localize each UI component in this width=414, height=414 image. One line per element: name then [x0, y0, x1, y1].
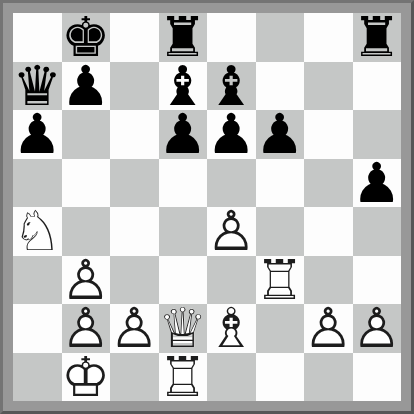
square-e4[interactable]: ♟︎♙: [207, 207, 256, 256]
piece-black-pawn-b7: ♟︎: [62, 62, 111, 111]
square-g8[interactable]: [304, 13, 353, 62]
square-g2[interactable]: ♟︎♙: [304, 304, 353, 353]
black-pawn-glyph: ♟︎: [13, 107, 62, 162]
white-rook-outline-glyph: ♖: [255, 252, 304, 307]
piece-white-pawn-h2: ♟︎♙: [353, 304, 402, 353]
square-c5[interactable]: [110, 159, 159, 208]
white-bishop-outline-glyph: ♗: [207, 301, 256, 356]
square-d4[interactable]: [159, 207, 208, 256]
square-c6[interactable]: [110, 110, 159, 159]
square-h4[interactable]: [353, 207, 402, 256]
square-b7[interactable]: ♟︎: [62, 62, 111, 111]
square-h8[interactable]: ♜: [353, 13, 402, 62]
square-d6[interactable]: ♟︎: [159, 110, 208, 159]
black-pawn-glyph: ♟︎: [255, 107, 304, 162]
piece-white-pawn-g2: ♟︎♙: [304, 304, 353, 353]
square-f2[interactable]: [256, 304, 305, 353]
square-h1[interactable]: [353, 353, 402, 402]
piece-black-pawn-h5: ♟︎: [353, 159, 402, 208]
square-h5[interactable]: ♟︎: [353, 159, 402, 208]
square-c7[interactable]: [110, 62, 159, 111]
square-e2[interactable]: ♝♗: [207, 304, 256, 353]
black-pawn-glyph: ♟︎: [61, 58, 110, 113]
square-f6[interactable]: ♟︎: [256, 110, 305, 159]
square-b5[interactable]: [62, 159, 111, 208]
piece-white-rook-f3: ♜♖: [256, 256, 305, 305]
square-g7[interactable]: [304, 62, 353, 111]
chess-board: ♚♜♜♛♟︎♝♝♟︎♟︎♟︎♟︎♟︎♞♘♟︎♙♟︎♙♜♖♟︎♙♟︎♙♛♕♝♗♟︎…: [13, 13, 401, 401]
square-d5[interactable]: [159, 159, 208, 208]
square-a2[interactable]: [13, 304, 62, 353]
piece-white-pawn-e4: ♟︎♙: [207, 207, 256, 256]
white-pawn-outline-glyph: ♙: [304, 301, 353, 356]
black-pawn-glyph: ♟︎: [352, 155, 401, 210]
square-d1[interactable]: ♜♖: [159, 353, 208, 402]
square-h2[interactable]: ♟︎♙: [353, 304, 402, 353]
square-e1[interactable]: [207, 353, 256, 402]
piece-white-pawn-c2: ♟︎♙: [110, 304, 159, 353]
white-king-outline-glyph: ♔: [61, 349, 110, 404]
square-a1[interactable]: [13, 353, 62, 402]
piece-black-pawn-e6: ♟︎: [207, 110, 256, 159]
square-f1[interactable]: [256, 353, 305, 402]
square-h7[interactable]: [353, 62, 402, 111]
white-pawn-outline-glyph: ♙: [110, 301, 159, 356]
black-pawn-glyph: ♟︎: [158, 107, 207, 162]
chess-board-frame: ♚♜♜♛♟︎♝♝♟︎♟︎♟︎♟︎♟︎♞♘♟︎♙♟︎♙♜♖♟︎♙♟︎♙♛♕♝♗♟︎…: [0, 0, 414, 414]
white-knight-outline-glyph: ♘: [13, 204, 62, 259]
piece-white-bishop-e2: ♝♗: [207, 304, 256, 353]
square-g4[interactable]: [304, 207, 353, 256]
white-pawn-outline-glyph: ♙: [352, 301, 401, 356]
piece-black-pawn-a6: ♟︎: [13, 110, 62, 159]
square-c1[interactable]: [110, 353, 159, 402]
piece-white-rook-d1: ♜♖: [159, 353, 208, 402]
square-c2[interactable]: ♟︎♙: [110, 304, 159, 353]
square-g1[interactable]: [304, 353, 353, 402]
white-pawn-outline-glyph: ♙: [207, 204, 256, 259]
white-rook-outline-glyph: ♖: [158, 349, 207, 404]
black-rook-glyph: ♜: [352, 10, 401, 65]
square-c4[interactable]: [110, 207, 159, 256]
piece-black-pawn-d6: ♟︎: [159, 110, 208, 159]
piece-black-rook-h8: ♜: [353, 13, 402, 62]
piece-black-pawn-f6: ♟︎: [256, 110, 305, 159]
piece-white-king-b1: ♚♔: [62, 353, 111, 402]
square-b6[interactable]: [62, 110, 111, 159]
square-e6[interactable]: ♟︎: [207, 110, 256, 159]
black-pawn-glyph: ♟︎: [207, 107, 256, 162]
square-c8[interactable]: [110, 13, 159, 62]
piece-white-knight-a4: ♞♘: [13, 207, 62, 256]
square-f5[interactable]: [256, 159, 305, 208]
square-a4[interactable]: ♞♘: [13, 207, 62, 256]
square-g6[interactable]: [304, 110, 353, 159]
square-g5[interactable]: [304, 159, 353, 208]
square-b1[interactable]: ♚♔: [62, 353, 111, 402]
square-a3[interactable]: [13, 256, 62, 305]
square-f3[interactable]: ♜♖: [256, 256, 305, 305]
square-a6[interactable]: ♟︎: [13, 110, 62, 159]
square-f8[interactable]: [256, 13, 305, 62]
